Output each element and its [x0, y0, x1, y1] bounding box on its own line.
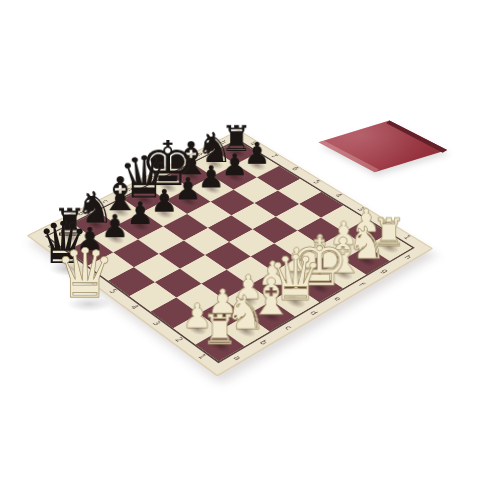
black-pawn: ♟ — [126, 198, 154, 230]
piece-bag — [308, 110, 456, 180]
black-pawn: ♟ — [150, 186, 178, 217]
black-pawn: ♟ — [221, 150, 248, 180]
square-a4 — [129, 282, 176, 312]
chess-set-photo: 87654321 87654321 hgfedcba hgfedcba ♜♟♟♜… — [0, 0, 480, 480]
black-pawn: ♟ — [174, 173, 202, 204]
black-pawn: ♟ — [198, 162, 226, 193]
extra-white-queen: ♛ — [55, 240, 116, 308]
white-rook: ♜ — [202, 309, 239, 350]
